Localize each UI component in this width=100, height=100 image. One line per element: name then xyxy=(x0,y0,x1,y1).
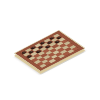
board-field xyxy=(20,34,79,68)
square-h1 xyxy=(39,64,46,68)
board-frame xyxy=(15,31,84,71)
checkers-set-photo xyxy=(0,0,100,100)
checkers-board xyxy=(14,30,85,72)
